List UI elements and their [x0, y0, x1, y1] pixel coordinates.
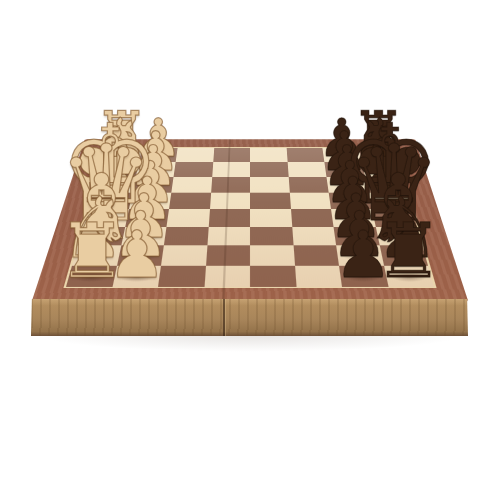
square-e3[interactable] [169, 192, 211, 209]
square-b8[interactable] [379, 245, 428, 265]
square-h2[interactable] [138, 148, 177, 162]
piece-shadow [101, 166, 134, 173]
chess-scene: ♜♞♝♛♚♝♞♜♟♟♟♟♟♟♟♟♟♟♟♟♟♟♟♟♜♞♝♛♚♝♞♜ [0, 0, 500, 500]
piece-shadow [338, 232, 375, 241]
square-g5[interactable] [250, 162, 288, 177]
square-e2[interactable] [129, 192, 172, 209]
piece-shadow [376, 214, 413, 223]
square-c2[interactable] [121, 227, 167, 246]
piece-shadow [369, 181, 404, 189]
square-a5[interactable] [250, 265, 296, 286]
piece-shadow [362, 152, 395, 159]
square-h4[interactable] [213, 148, 250, 162]
piece-shadow [117, 272, 157, 283]
square-e4[interactable] [210, 192, 251, 209]
square-b7[interactable] [336, 245, 383, 265]
piece-shadow [142, 152, 174, 159]
square-f8[interactable] [365, 177, 408, 193]
square-a3[interactable] [158, 265, 205, 286]
chess-board [32, 139, 468, 301]
piece-shadow [326, 152, 358, 159]
square-d6[interactable] [291, 209, 334, 227]
piece-shadow [335, 214, 371, 223]
square-b5[interactable] [250, 245, 294, 265]
square-f4[interactable] [211, 177, 250, 193]
square-g4[interactable] [212, 162, 250, 177]
square-g1[interactable] [97, 162, 138, 177]
piece-shadow [333, 197, 368, 205]
playing-area [63, 147, 436, 288]
piece-shadow [97, 181, 132, 189]
square-b2[interactable] [117, 245, 164, 265]
piece-shadow [129, 214, 165, 223]
square-c1[interactable] [78, 227, 125, 246]
square-g3[interactable] [174, 162, 213, 177]
fold-seam-front [223, 299, 225, 336]
square-b4[interactable] [206, 245, 250, 265]
piece-shadow [340, 251, 379, 261]
square-a7[interactable] [339, 265, 388, 286]
square-g8[interactable] [362, 162, 403, 177]
square-h7[interactable] [322, 148, 361, 162]
square-g2[interactable] [135, 162, 175, 177]
piece-shadow [380, 232, 418, 241]
square-f6[interactable] [288, 177, 328, 193]
square-e8[interactable] [368, 192, 412, 209]
square-e6[interactable] [289, 192, 331, 209]
square-h6[interactable] [286, 148, 324, 162]
piece-shadow [388, 272, 429, 283]
square-e1[interactable] [88, 192, 132, 209]
piece-shadow [330, 181, 364, 189]
square-d3[interactable] [167, 209, 210, 227]
piece-shadow [132, 197, 167, 205]
square-b6[interactable] [293, 245, 339, 265]
square-b3[interactable] [161, 245, 207, 265]
square-a4[interactable] [204, 265, 250, 286]
piece-shadow [384, 251, 423, 261]
piece-shadow [121, 251, 160, 261]
square-d5[interactable] [250, 209, 292, 227]
square-g7[interactable] [324, 162, 364, 177]
square-d4[interactable] [208, 209, 250, 227]
piece-shadow [71, 272, 112, 283]
piece-shadow [328, 166, 361, 173]
square-f5[interactable] [250, 177, 289, 193]
square-g6[interactable] [287, 162, 326, 177]
piece-shadow [343, 272, 383, 283]
square-a8[interactable] [383, 265, 434, 286]
square-e5[interactable] [250, 192, 291, 209]
square-c3[interactable] [164, 227, 208, 246]
square-h3[interactable] [176, 148, 214, 162]
piece-shadow [125, 232, 162, 241]
square-a2[interactable] [112, 265, 161, 286]
piece-shadow [372, 197, 408, 205]
piece-shadow [82, 232, 120, 241]
piece-shadow [105, 152, 138, 159]
square-d7[interactable] [331, 209, 375, 227]
square-d8[interactable] [372, 209, 417, 227]
square-c6[interactable] [292, 227, 336, 246]
piece-shadow [92, 197, 128, 205]
board-front-edge [31, 299, 468, 336]
piece-shadow [77, 251, 116, 261]
square-f3[interactable] [171, 177, 211, 193]
piece-shadow [365, 166, 398, 173]
piece-shadow [136, 181, 170, 189]
square-a6[interactable] [294, 265, 341, 286]
square-c7[interactable] [333, 227, 379, 246]
square-a1[interactable] [66, 265, 117, 286]
square-f2[interactable] [132, 177, 174, 193]
square-e7[interactable] [329, 192, 372, 209]
square-h1[interactable] [101, 148, 141, 162]
piece-shadow [87, 214, 124, 223]
square-h8[interactable] [359, 148, 399, 162]
square-f1[interactable] [93, 177, 136, 193]
square-d2[interactable] [125, 209, 169, 227]
product-photo: ♜♞♝♛♚♝♞♜♟♟♟♟♟♟♟♟♟♟♟♟♟♟♟♟♜♞♝♛♚♝♞♜ [0, 0, 500, 500]
square-c5[interactable] [250, 227, 293, 246]
square-c4[interactable] [207, 227, 250, 246]
square-d1[interactable] [83, 209, 128, 227]
square-b1[interactable] [72, 245, 121, 265]
square-f7[interactable] [326, 177, 368, 193]
piece-shadow [139, 166, 172, 173]
square-h5[interactable] [250, 148, 287, 162]
square-c8[interactable] [375, 227, 422, 246]
